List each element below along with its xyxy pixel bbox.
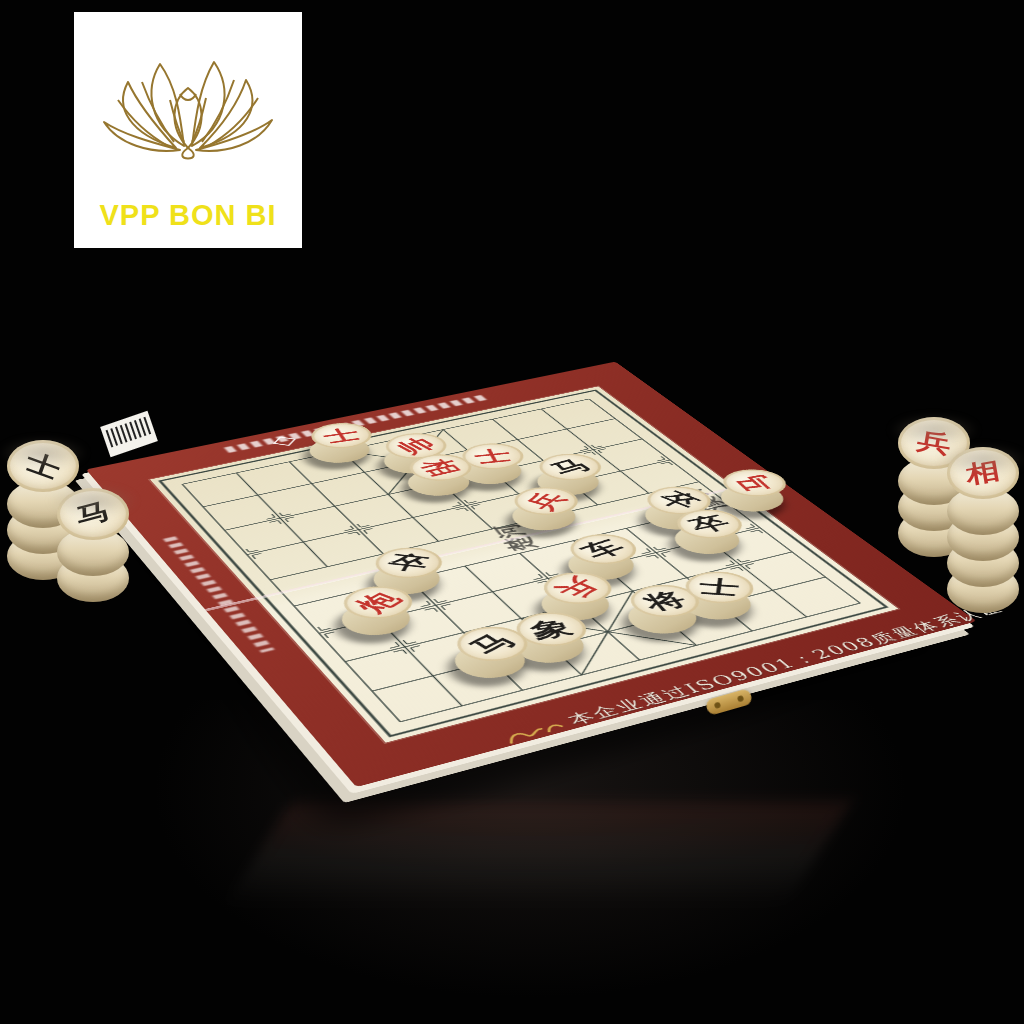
xiangqi-piece-black-horse: 马 (446, 638, 540, 684)
xiangqi-piece-red-cannon: 炮 (333, 598, 423, 642)
stack-top-piece-red: 相 (947, 447, 1019, 499)
xiangqi-piece-black-general: 将 (618, 596, 711, 640)
stack-top-piece-black: 马 (57, 488, 129, 540)
lotus-icon (84, 30, 292, 180)
brand-logo-card: VPP BON BI (74, 12, 302, 248)
brand-name: VPP BON BI (74, 199, 302, 232)
floor-reflection-glow (150, 700, 910, 1000)
xiangqi-piece-black-soldier: 卒 (665, 521, 753, 560)
stack-top-piece-black: 士 (7, 440, 79, 492)
xiangqi-board: 本企业通过ISO9001：2008质量体系认证 楚河 漢界 士帅相士马兵卒卒马卒… (86, 362, 977, 788)
barcode-sticker (100, 411, 158, 458)
board-floor-reflection (209, 802, 850, 932)
product-photo-scene: 本企业通过ISO9001：2008质量体系认证 楚河 漢界 士帅相士马兵卒卒马卒… (0, 0, 1024, 1024)
